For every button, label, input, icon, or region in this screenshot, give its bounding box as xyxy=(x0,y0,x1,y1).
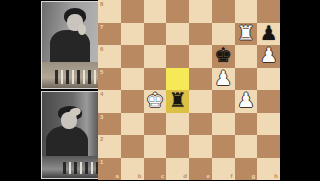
square-g1[interactable]: g xyxy=(235,158,258,181)
rank-label-6: 6 xyxy=(100,46,103,52)
rank-label-2: 2 xyxy=(100,136,103,142)
square-h4[interactable] xyxy=(257,90,280,113)
square-f2[interactable] xyxy=(212,135,235,158)
file-label-e: e xyxy=(206,173,209,179)
chess-table xyxy=(42,156,98,178)
rank-label-8: 8 xyxy=(100,1,103,7)
square-b1[interactable]: b xyxy=(121,158,144,181)
square-f7[interactable] xyxy=(212,23,235,46)
square-d1[interactable]: d xyxy=(166,158,189,181)
square-d3[interactable] xyxy=(166,113,189,136)
chess-pieces-silhouette xyxy=(52,70,99,84)
rank-label-3: 3 xyxy=(100,114,103,120)
square-e2[interactable] xyxy=(189,135,212,158)
square-b7[interactable] xyxy=(121,23,144,46)
square-c3[interactable] xyxy=(144,113,167,136)
player-photo-bottom xyxy=(41,91,99,179)
square-f3[interactable] xyxy=(212,113,235,136)
chess-pieces-silhouette xyxy=(60,162,99,174)
square-b5[interactable] xyxy=(121,68,144,91)
black-pawn-h7[interactable]: ♟ xyxy=(260,23,278,43)
square-a7[interactable]: 7 xyxy=(98,23,121,46)
file-label-a: a xyxy=(115,173,118,179)
file-label-g: g xyxy=(252,173,256,179)
black-king-f6[interactable]: ♚ xyxy=(214,45,232,65)
rank-label-4: 4 xyxy=(100,91,103,97)
square-b8[interactable] xyxy=(121,0,144,23)
square-d5[interactable] xyxy=(166,68,189,91)
square-g6[interactable] xyxy=(235,45,258,68)
player-suit xyxy=(50,30,90,64)
file-label-d: d xyxy=(183,173,187,179)
square-h5[interactable] xyxy=(257,68,280,91)
square-g3[interactable] xyxy=(235,113,258,136)
square-g7[interactable]: ♜ xyxy=(235,23,258,46)
square-e3[interactable] xyxy=(189,113,212,136)
square-f8[interactable] xyxy=(212,0,235,23)
white-pawn-g4[interactable]: ♟ xyxy=(237,90,255,110)
square-c8[interactable] xyxy=(144,0,167,23)
square-b3[interactable] xyxy=(121,113,144,136)
square-f1[interactable]: f xyxy=(212,158,235,181)
square-a6[interactable]: 6 xyxy=(98,45,121,68)
square-h2[interactable] xyxy=(257,135,280,158)
screenshot-root: 87♜♟6♚♟5♟4♚♜♟321abcdefgh xyxy=(0,0,320,180)
rank-label-5: 5 xyxy=(100,69,103,75)
player-hand xyxy=(78,24,86,35)
chess-board: 87♜♟6♚♟5♟4♚♜♟321abcdefgh xyxy=(98,0,280,180)
square-c7[interactable] xyxy=(144,23,167,46)
square-a2[interactable]: 2 xyxy=(98,135,121,158)
square-d4[interactable]: ♜ xyxy=(166,90,189,113)
square-g4[interactable]: ♟ xyxy=(235,90,258,113)
file-label-b: b xyxy=(138,173,142,179)
file-label-h: h xyxy=(274,173,278,179)
rank-label-7: 7 xyxy=(100,24,103,30)
square-c1[interactable]: c xyxy=(144,158,167,181)
square-a3[interactable]: 3 xyxy=(98,113,121,136)
black-rook-d4[interactable]: ♜ xyxy=(169,90,187,110)
chess-table xyxy=(42,62,98,88)
square-a1[interactable]: 1a xyxy=(98,158,121,181)
square-h6[interactable]: ♟ xyxy=(257,45,280,68)
file-label-f: f xyxy=(231,173,233,179)
square-c5[interactable] xyxy=(144,68,167,91)
square-c4[interactable]: ♚ xyxy=(144,90,167,113)
square-b4[interactable] xyxy=(121,90,144,113)
square-g2[interactable] xyxy=(235,135,258,158)
square-a5[interactable]: 5 xyxy=(98,68,121,91)
square-h3[interactable] xyxy=(257,113,280,136)
square-d8[interactable] xyxy=(166,0,189,23)
white-pawn-h6[interactable]: ♟ xyxy=(260,45,278,65)
square-f4[interactable] xyxy=(212,90,235,113)
white-rook-g7[interactable]: ♜ xyxy=(237,23,255,43)
square-d6[interactable] xyxy=(166,45,189,68)
player-suit xyxy=(46,126,88,158)
player-photo-top xyxy=(41,1,99,89)
white-pawn-f5[interactable]: ♟ xyxy=(214,68,232,88)
white-king-c4[interactable]: ♚ xyxy=(146,90,164,110)
square-e6[interactable] xyxy=(189,45,212,68)
square-a8[interactable]: 8 xyxy=(98,0,121,23)
square-d7[interactable] xyxy=(166,23,189,46)
square-e8[interactable] xyxy=(189,0,212,23)
square-a4[interactable]: 4 xyxy=(98,90,121,113)
square-f5[interactable]: ♟ xyxy=(212,68,235,91)
square-e4[interactable] xyxy=(189,90,212,113)
square-c2[interactable] xyxy=(144,135,167,158)
square-h8[interactable] xyxy=(257,0,280,23)
square-b2[interactable] xyxy=(121,135,144,158)
file-label-c: c xyxy=(161,173,164,179)
square-h7[interactable]: ♟ xyxy=(257,23,280,46)
square-e5[interactable] xyxy=(189,68,212,91)
square-e1[interactable]: e xyxy=(189,158,212,181)
square-g5[interactable] xyxy=(235,68,258,91)
square-d2[interactable] xyxy=(166,135,189,158)
square-e7[interactable] xyxy=(189,23,212,46)
square-b6[interactable] xyxy=(121,45,144,68)
square-c6[interactable] xyxy=(144,45,167,68)
rank-label-1: 1 xyxy=(100,159,103,165)
square-h1[interactable]: h xyxy=(257,158,280,181)
square-f6[interactable]: ♚ xyxy=(212,45,235,68)
square-g8[interactable] xyxy=(235,0,258,23)
